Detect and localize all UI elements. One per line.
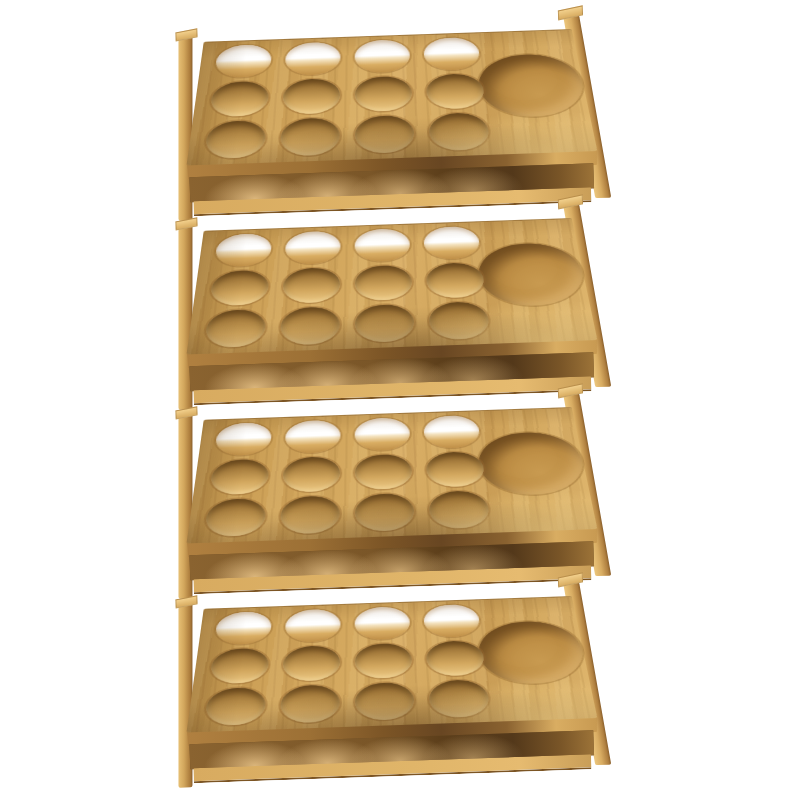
- pit-hole-r2-c4: [425, 640, 485, 676]
- pit-hole-r1-c1: [214, 44, 272, 78]
- pit-hole-r1-c2: [284, 231, 340, 265]
- pit-hole-r2-c2: [282, 78, 340, 115]
- pit-hole-r2-c4: [425, 451, 485, 487]
- pit-hole-r3-c2: [280, 684, 340, 723]
- round-store-recess: [475, 53, 588, 119]
- pit-hole-r2-c2: [282, 267, 340, 304]
- board-surface: [186, 218, 597, 355]
- round-store-recess: [475, 242, 588, 308]
- pit-hole-r1-c4: [423, 604, 481, 638]
- pit-hole-r2-c2: [282, 645, 340, 682]
- pit-hole-r1-c1: [214, 611, 272, 645]
- pit-hole-r3-c3: [355, 115, 415, 154]
- pit-hole-r2-c4: [425, 262, 485, 298]
- board-surface: [186, 29, 597, 166]
- pit-hole-r3-c2: [280, 495, 340, 534]
- pit-hole-r1-c4: [423, 37, 481, 71]
- pit-hole-r2-c3: [355, 454, 413, 490]
- pit-hole-r2-c3: [355, 76, 413, 112]
- pit-hole-r2-c1: [209, 459, 269, 496]
- pit-hole-r2-c3: [355, 643, 413, 679]
- pit-hole-r3-c4: [428, 301, 491, 340]
- pit-hole-r3-c2: [280, 306, 340, 345]
- board-surface: [186, 596, 597, 733]
- pit-hole-r3-c4: [428, 490, 491, 529]
- pit-hole-r1-c3: [355, 417, 411, 451]
- pit-hole-r2-c1: [209, 81, 269, 118]
- pit-hole-r2-c1: [209, 270, 269, 307]
- pit-hole-r1-c3: [355, 228, 411, 262]
- pit-hole-r3-c3: [355, 682, 415, 721]
- bamboo-tray-4: [185, 587, 612, 800]
- pit-hole-r3-c2: [280, 117, 340, 156]
- pit-hole-r1-c2: [284, 420, 340, 454]
- pit-hole-r3-c4: [428, 679, 491, 718]
- round-store-recess: [475, 620, 588, 686]
- pit-hole-r3-c1: [204, 687, 267, 726]
- pit-hole-r2-c2: [282, 456, 340, 493]
- pit-hole-r3-c3: [355, 493, 415, 532]
- board-surface: [186, 407, 597, 544]
- round-store-recess: [475, 431, 588, 497]
- pit-hole-r1-c4: [423, 226, 481, 260]
- pit-hole-r1-c2: [284, 609, 340, 643]
- pit-hole-r3-c4: [428, 112, 491, 151]
- pit-hole-r2-c4: [425, 73, 485, 109]
- pit-hole-r1-c2: [284, 42, 340, 76]
- pit-hole-r1-c4: [423, 415, 481, 449]
- pit-hole-r3-c3: [355, 304, 415, 343]
- scene: [0, 0, 800, 800]
- pit-hole-r3-c1: [204, 309, 267, 348]
- pit-hole-r2-c1: [209, 648, 269, 685]
- pit-hole-r1-c1: [214, 233, 272, 267]
- pit-hole-r1-c3: [355, 606, 411, 640]
- pit-hole-r3-c1: [204, 498, 267, 537]
- pit-hole-r3-c1: [204, 120, 267, 159]
- pit-hole-r1-c1: [214, 422, 272, 456]
- pit-hole-r2-c3: [355, 265, 413, 301]
- pit-hole-r1-c3: [355, 39, 411, 73]
